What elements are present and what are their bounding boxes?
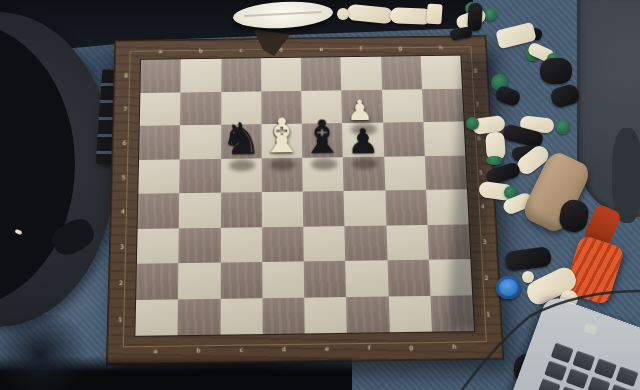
square-r6c7 xyxy=(386,225,429,261)
coordinate-mark: f xyxy=(368,343,370,350)
laptop-key[interactable] xyxy=(551,343,574,364)
white-piece-knob xyxy=(337,8,349,20)
laptop-key[interactable] xyxy=(544,360,567,381)
square-r7c2 xyxy=(178,263,220,299)
coordinate-mark: 3 xyxy=(483,238,487,245)
square-r8c6 xyxy=(346,296,389,333)
square-r3c2 xyxy=(180,125,221,159)
square-r6c3 xyxy=(220,227,262,263)
square-r8c2 xyxy=(178,298,220,335)
square-r6c4 xyxy=(262,226,304,262)
square-r3c3: ♞ xyxy=(221,124,262,158)
square-r7c4 xyxy=(262,261,304,297)
laptop-key[interactable] xyxy=(538,378,561,390)
square-r4c7 xyxy=(384,156,426,191)
board-squares: ♟♞♝♝♟ xyxy=(134,55,475,337)
square-r1c6 xyxy=(341,57,382,90)
laptop-key[interactable] xyxy=(587,376,610,390)
coordinate-mark: h xyxy=(452,342,456,349)
blue-cap xyxy=(496,276,521,299)
coordinate-mark: b xyxy=(196,346,200,353)
coordinate-marks-top: abcdefgh xyxy=(140,42,461,55)
square-r5c6 xyxy=(344,190,386,225)
square-r7c6 xyxy=(345,260,388,296)
bottom-left-dark-corner xyxy=(0,315,90,390)
square-r2c8 xyxy=(422,88,464,122)
black-cluster-a xyxy=(540,58,572,84)
coordinate-mark: d xyxy=(282,345,286,352)
white-pawn-felt-1 xyxy=(466,117,479,130)
coordinate-mark: a xyxy=(159,47,163,53)
square-r2c3 xyxy=(221,91,261,125)
square-r2c4 xyxy=(261,90,302,124)
square-r8c1 xyxy=(135,299,178,336)
square-r7c3 xyxy=(220,262,262,298)
coordinate-mark: f xyxy=(360,45,362,51)
square-r2c7 xyxy=(382,89,424,123)
coordinate-marks-bottom: abcdefgh xyxy=(134,340,476,355)
square-r5c2 xyxy=(179,193,221,228)
coordinate-mark: g xyxy=(398,44,402,50)
square-r1c4 xyxy=(261,58,301,91)
square-r1c7 xyxy=(381,56,422,89)
square-r1c8 xyxy=(420,56,461,89)
coordinate-mark: e xyxy=(325,344,329,351)
black-piece-horizontal xyxy=(504,246,552,272)
square-r1c1 xyxy=(140,59,181,92)
coordinate-mark: 1 xyxy=(486,310,490,317)
coordinate-mark: 4 xyxy=(121,208,125,215)
square-r7c5 xyxy=(304,261,347,297)
square-r8c7 xyxy=(388,295,431,332)
white-piece-felt-2 xyxy=(556,120,570,134)
coordinate-mark: g xyxy=(409,343,413,350)
black-piece-under-felt xyxy=(494,84,522,107)
square-r6c6 xyxy=(345,225,387,261)
coordinate-mark: 5 xyxy=(122,173,126,180)
square-r8c5 xyxy=(304,297,347,334)
laptop-key[interactable] xyxy=(594,358,617,379)
coordinate-mark: e xyxy=(319,45,323,51)
white-piece-base-plate xyxy=(426,4,442,25)
white-pawn: ♟ xyxy=(347,96,374,124)
coordinate-mark: 2 xyxy=(119,279,123,286)
photo-scene: abcdefgh abcdefgh 87654321 87654321 ♟♞♝♝… xyxy=(0,0,640,390)
coordinate-mark: 6 xyxy=(123,139,127,146)
square-r1c5 xyxy=(301,57,342,90)
coordinate-marks-left: 87654321 xyxy=(115,59,132,337)
square-r5c3 xyxy=(220,192,261,227)
white-king-knob xyxy=(522,271,534,283)
square-r6c1 xyxy=(137,228,179,264)
square-r1c3 xyxy=(221,58,261,91)
coordinate-mark: c xyxy=(240,345,243,352)
coordinate-mark: 1 xyxy=(118,315,122,322)
square-r5c1 xyxy=(138,193,180,228)
gray-fabric-dark-fold xyxy=(612,128,640,223)
square-r7c1 xyxy=(136,263,178,299)
square-r7c7 xyxy=(387,260,430,296)
square-r5c7 xyxy=(385,190,427,225)
coordinate-mark: h xyxy=(439,43,443,49)
square-r2c5 xyxy=(301,90,342,124)
square-r2c2 xyxy=(180,91,221,125)
laptop xyxy=(508,294,640,390)
square-r8c4 xyxy=(262,297,305,334)
square-r8c3 xyxy=(220,298,262,335)
square-r1c2 xyxy=(181,59,221,92)
square-r2c1 xyxy=(140,92,181,126)
square-r3c1 xyxy=(139,125,180,159)
square-r6c5 xyxy=(303,226,345,262)
square-r3c5: ♝ xyxy=(302,123,343,157)
coordinate-mark: 8 xyxy=(124,72,128,79)
coordinate-mark: c xyxy=(239,46,242,52)
square-r6c2 xyxy=(179,227,221,263)
laptop-key[interactable] xyxy=(572,350,595,371)
square-r2c6: ♟ xyxy=(341,89,382,123)
white-pawn-standing-felt xyxy=(486,156,503,165)
coordinate-mark: 2 xyxy=(484,274,488,281)
coordinate-mark: a xyxy=(154,346,158,353)
coordinate-mark: b xyxy=(199,47,203,53)
square-r4c2 xyxy=(179,158,220,193)
square-r5c5 xyxy=(303,191,345,226)
square-r3c7 xyxy=(383,122,425,156)
laptop-sticker xyxy=(584,323,598,335)
square-r3c4: ♝ xyxy=(261,124,302,158)
coordinate-mark: 7 xyxy=(123,105,127,112)
green-felt-base-tr2 xyxy=(484,8,497,21)
square-r5c4 xyxy=(262,192,304,227)
laptop-keyboard[interactable] xyxy=(531,343,638,390)
chessboard: abcdefgh abcdefgh 87654321 87654321 ♟♞♝♝… xyxy=(106,35,504,365)
laptop-key[interactable] xyxy=(566,368,589,389)
laptop-key[interactable] xyxy=(616,366,639,387)
coordinate-mark: 3 xyxy=(120,243,124,250)
square-r4c1 xyxy=(138,159,180,194)
